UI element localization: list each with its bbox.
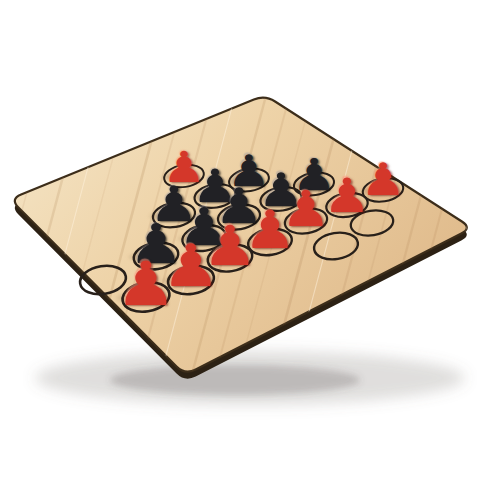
red-pawn[interactable]: ♟: [347, 219, 389, 266]
board-photo-scene: ♟♟♟♟♟♟♟♟♟♟♟♟♟♟♟♟: [0, 0, 480, 480]
red-pawn-glyph: ♟: [115, 253, 176, 314]
red-pawn[interactable]: ♟: [146, 314, 201, 375]
